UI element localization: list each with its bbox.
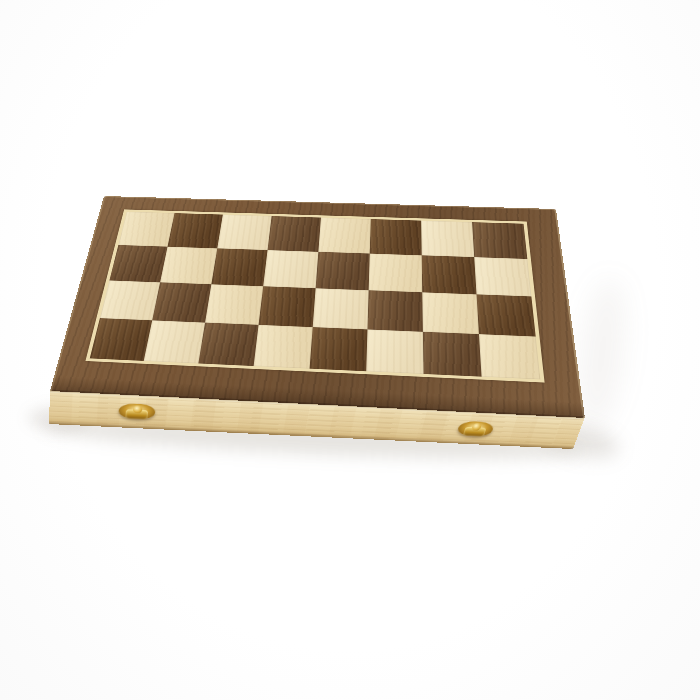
board-square-light [421, 221, 474, 258]
board-square-dark [367, 290, 422, 331]
board-square-dark [268, 216, 321, 252]
board-top-face [50, 196, 585, 418]
chess-board-grid [90, 212, 541, 380]
board-square-light [100, 280, 160, 320]
board-square-dark [370, 219, 422, 255]
board-square-dark [477, 294, 536, 336]
board-square-light [160, 247, 217, 285]
board-square-dark [310, 327, 368, 371]
board-square-light [366, 329, 423, 374]
board-square-light [263, 250, 318, 288]
chess-box-product-photo [0, 0, 700, 700]
board-square-dark [90, 318, 152, 361]
board-square-dark [211, 248, 267, 286]
board-square-light [313, 288, 369, 329]
board-square-dark [259, 286, 316, 327]
board-square-dark [316, 252, 370, 290]
board-square-dark [168, 213, 223, 248]
board-square-dark [472, 222, 527, 259]
board-square-light [479, 334, 540, 379]
board-square-light [422, 292, 479, 334]
board-square-light [118, 212, 174, 247]
board-inlay-border [85, 209, 544, 382]
board-square-dark [198, 323, 258, 366]
board-square-light [318, 218, 370, 254]
board-square-light [474, 257, 531, 296]
board-square-dark [422, 255, 477, 294]
brass-latch-right [456, 419, 496, 438]
board-square-light [144, 320, 205, 363]
board-square-dark [152, 282, 211, 322]
board-square-dark [109, 245, 167, 282]
board-square-light [254, 325, 313, 369]
board-square-light [217, 215, 271, 251]
brass-latch-left [118, 401, 156, 421]
board-square-light [369, 254, 423, 293]
board-square-light [205, 284, 263, 325]
board-square-dark [423, 332, 482, 377]
